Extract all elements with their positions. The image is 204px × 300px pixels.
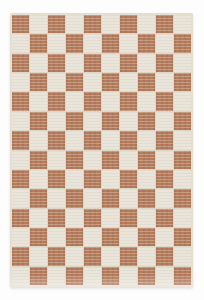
board-square-light [156,112,173,130]
board-square-light [12,267,29,285]
board-square-light [48,189,65,207]
board-square-dark [66,73,83,91]
board-square-light [102,209,119,227]
board-square-light [66,15,83,33]
board-square-light [174,170,191,188]
board-square-dark [48,131,65,149]
board-square-dark [120,54,137,72]
board-square-dark [84,209,101,227]
board-square-dark [12,15,29,33]
board-square-dark [120,247,137,265]
board-square-light [156,228,173,246]
board-square-light [66,92,83,110]
board-square-dark [66,267,83,285]
board-square-dark [174,228,191,246]
board-square-light [84,112,101,130]
board-square-light [120,228,137,246]
board-square-dark [84,247,101,265]
board-square-dark [120,170,137,188]
board-square-light [138,15,155,33]
board-square-light [174,54,191,72]
board-square-dark [66,151,83,169]
board-square-light [156,73,173,91]
board-square-light [102,92,119,110]
board-square-light [48,151,65,169]
board-square-light [48,228,65,246]
board-square-dark [156,54,173,72]
board-square-dark [30,34,47,52]
board-square-dark [138,228,155,246]
board-square-light [30,247,47,265]
board-square-light [66,247,83,265]
board-square-dark [84,15,101,33]
board-square-light [84,151,101,169]
board-square-light [138,131,155,149]
board-square-light [30,131,47,149]
board-square-light [156,267,173,285]
board-square-light [102,170,119,188]
board-square-dark [120,209,137,227]
board-square-light [84,228,101,246]
board-square-light [84,267,101,285]
board-square-light [156,189,173,207]
board-square-light [120,151,137,169]
board-square-dark [66,189,83,207]
board-square-dark [12,209,29,227]
board-square-dark [138,189,155,207]
board-square-light [138,170,155,188]
board-square-dark [12,54,29,72]
board-square-light [138,92,155,110]
board-square-dark [48,170,65,188]
board-square-dark [174,34,191,52]
board-square-dark [102,151,119,169]
board-square-light [120,189,137,207]
board-square-dark [156,15,173,33]
board-square-light [66,54,83,72]
board-square-light [174,92,191,110]
board-square-light [12,34,29,52]
board-square-dark [156,131,173,149]
board-square-dark [30,73,47,91]
board-square-light [174,247,191,265]
board-square-light [12,228,29,246]
board-square-dark [66,112,83,130]
board-square-dark [174,151,191,169]
board-square-dark [48,54,65,72]
board-square-dark [174,267,191,285]
board-square-light [30,92,47,110]
board-square-light [30,170,47,188]
board-square-dark [102,189,119,207]
board-square-dark [138,151,155,169]
board-square-dark [30,112,47,130]
board-square-dark [174,73,191,91]
board-square-dark [30,151,47,169]
board-square-dark [84,131,101,149]
board-square-dark [138,112,155,130]
board-square-light [66,170,83,188]
board-square-light [48,73,65,91]
board-square-dark [48,247,65,265]
board-grid [12,15,191,285]
board-square-light [30,209,47,227]
board-square-dark [120,15,137,33]
checkerboard-rug-board [10,13,193,287]
board-square-light [138,54,155,72]
board-square-dark [30,228,47,246]
board-square-light [138,247,155,265]
board-square-light [174,15,191,33]
board-square-light [174,209,191,227]
board-square-light [174,131,191,149]
board-square-light [102,54,119,72]
board-square-light [84,73,101,91]
board-square-dark [84,170,101,188]
board-square-light [156,151,173,169]
board-square-light [120,34,137,52]
board-square-light [120,112,137,130]
board-square-dark [102,112,119,130]
board-square-dark [12,170,29,188]
board-square-dark [102,34,119,52]
board-square-light [102,131,119,149]
board-square-dark [156,92,173,110]
board-square-dark [12,247,29,265]
board-square-light [120,73,137,91]
board-square-light [66,131,83,149]
board-square-light [120,267,137,285]
board-square-light [12,189,29,207]
product-photo-backdrop [0,0,204,300]
board-square-dark [156,209,173,227]
board-square-dark [30,189,47,207]
board-square-light [30,54,47,72]
board-square-dark [174,189,191,207]
board-square-dark [84,54,101,72]
board-square-dark [156,170,173,188]
board-square-light [102,15,119,33]
board-square-light [12,112,29,130]
board-square-light [12,151,29,169]
board-square-dark [30,267,47,285]
board-square-light [102,247,119,265]
board-square-light [84,34,101,52]
board-square-dark [120,131,137,149]
board-square-dark [12,131,29,149]
board-square-dark [120,92,137,110]
board-square-light [138,209,155,227]
board-square-dark [138,73,155,91]
board-square-light [66,209,83,227]
board-square-dark [138,34,155,52]
board-square-dark [174,112,191,130]
board-square-light [12,73,29,91]
board-square-dark [102,73,119,91]
board-square-dark [102,228,119,246]
board-square-dark [138,267,155,285]
board-square-light [30,15,47,33]
board-square-dark [66,228,83,246]
board-square-light [48,112,65,130]
board-square-dark [48,15,65,33]
board-square-light [84,189,101,207]
board-square-dark [66,34,83,52]
board-square-dark [48,209,65,227]
board-square-dark [12,92,29,110]
board-square-dark [102,267,119,285]
board-square-light [48,267,65,285]
board-square-dark [156,247,173,265]
board-square-light [156,34,173,52]
board-square-light [48,34,65,52]
board-square-dark [84,92,101,110]
board-square-dark [48,92,65,110]
